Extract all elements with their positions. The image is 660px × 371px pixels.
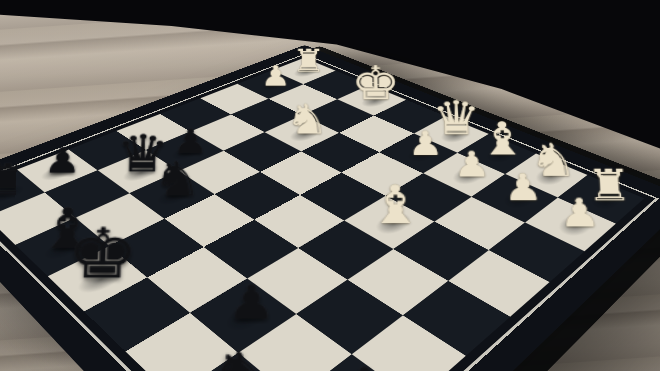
black-knight[interactable]: ♞: [205, 343, 276, 371]
white-knight[interactable]: ♞: [285, 99, 329, 140]
white-rook[interactable]: ♜: [291, 45, 325, 77]
white-bishop[interactable]: ♝: [367, 178, 423, 231]
white-pawn[interactable]: ♟: [453, 146, 491, 181]
white-pawn[interactable]: ♟: [407, 126, 443, 159]
black-pawn[interactable]: ♟: [337, 359, 393, 371]
black-pawn[interactable]: ♟: [227, 278, 275, 325]
black-king[interactable]: ♚: [65, 220, 139, 289]
white-pawn[interactable]: ♟: [260, 62, 290, 90]
white-pawn[interactable]: ♟: [503, 168, 543, 205]
black-pawn[interactable]: ♟: [43, 143, 81, 178]
black-rook[interactable]: ♜: [0, 158, 30, 201]
chess-photo-scene: { "game": "chess", "scene_description": …: [0, 0, 660, 371]
white-pawn[interactable]: ♟: [558, 193, 601, 232]
white-king[interactable]: ♚: [351, 61, 401, 107]
black-knight[interactable]: ♞: [152, 155, 203, 203]
